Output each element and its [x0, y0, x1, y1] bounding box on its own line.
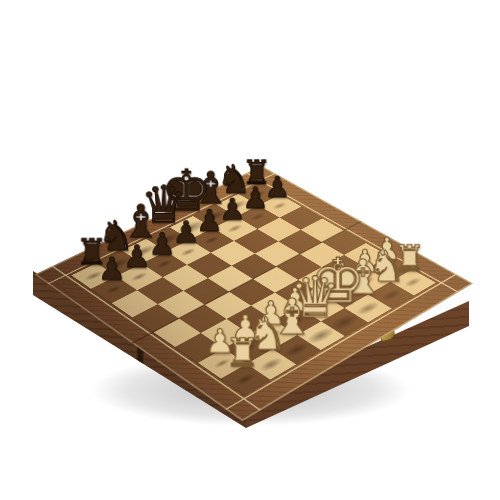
piece-contact-shadow [154, 259, 174, 270]
piece-contact-shadow [178, 247, 198, 258]
piece-contact-shadow [270, 201, 289, 211]
piece-contact-shadow [257, 355, 286, 373]
black-pawn-glyph: ♟ [173, 218, 200, 248]
chess-board: ♜♞♝♛♚♝♞♜♟♟♟♟♟♟♟♟♟♟♟♟♟♟♟♟♜♞♝♛♚♝♞♜ [35, 166, 473, 421]
pieces-layer: ♜♞♝♛♚♝♞♜♟♟♟♟♟♟♟♟♟♟♟♟♟♟♟♟♜♞♝♛♚♝♞♜ [71, 183, 436, 395]
piece-contact-shadow [104, 284, 125, 295]
piece-contact-shadow [202, 235, 221, 245]
board-perspective-wrapper: ♜♞♝♛♚♝♞♜♟♟♟♟♟♟♟♟♟♟♟♟♟♟♟♟♜♞♝♛♚♝♞♜ [98, 124, 408, 434]
black-pawn-glyph: ♟ [148, 229, 175, 259]
piece-contact-shadow [225, 223, 244, 233]
black-pawn-glyph: ♟ [196, 206, 223, 236]
white-rook-glyph: ♜ [225, 334, 260, 373]
black-pawn-glyph: ♟ [242, 184, 268, 213]
piece-contact-shadow [248, 212, 267, 222]
piece-contact-shadow [129, 271, 149, 282]
piece-contact-shadow [233, 371, 258, 386]
black-pawn-glyph: ♟ [98, 254, 126, 285]
product-photo-scene: ♜♞♝♛♚♝♞♜♟♟♟♟♟♟♟♟♟♟♟♟♟♟♟♟♜♞♝♛♚♝♞♜ [0, 0, 500, 500]
black-pawn-glyph: ♟ [220, 195, 246, 224]
black-pawn-glyph: ♟ [124, 241, 152, 272]
